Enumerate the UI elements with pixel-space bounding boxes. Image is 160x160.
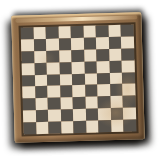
checkerboard-grid	[21, 24, 137, 134]
square-r1c7[interactable]	[96, 25, 109, 37]
square-r3c9[interactable]	[122, 48, 135, 60]
square-r9c2[interactable]	[36, 122, 49, 134]
square-r8c5[interactable]	[73, 109, 86, 121]
square-r5c7[interactable]	[97, 73, 110, 85]
square-r8c3[interactable]	[48, 110, 61, 122]
square-r7c1[interactable]	[23, 99, 36, 111]
square-r5c5[interactable]	[72, 73, 85, 85]
square-r8c6[interactable]	[86, 109, 99, 121]
square-r2c3[interactable]	[46, 38, 59, 50]
square-r3c1[interactable]	[21, 51, 34, 63]
square-r4c7[interactable]	[97, 61, 110, 73]
square-r8c8[interactable]	[111, 108, 124, 120]
square-r6c1[interactable]	[22, 87, 35, 99]
board-photo	[0, 0, 160, 160]
square-r2c7[interactable]	[96, 37, 109, 49]
square-r1c5[interactable]	[71, 26, 84, 38]
square-r1c4[interactable]	[58, 26, 71, 38]
square-r7c2[interactable]	[35, 98, 48, 110]
square-r8c9[interactable]	[123, 108, 136, 120]
square-r9c5[interactable]	[73, 121, 86, 133]
square-r5c4[interactable]	[60, 74, 73, 86]
square-r7c7[interactable]	[98, 96, 111, 108]
square-r9c9[interactable]	[124, 120, 137, 132]
square-r6c4[interactable]	[60, 86, 73, 98]
square-r4c1[interactable]	[22, 63, 35, 75]
square-r5c2[interactable]	[34, 74, 47, 86]
square-r5c9[interactable]	[122, 72, 135, 84]
square-r5c6[interactable]	[85, 73, 98, 85]
square-r9c4[interactable]	[61, 121, 74, 133]
square-r4c2[interactable]	[34, 63, 47, 75]
square-r4c8[interactable]	[109, 60, 122, 72]
square-r6c7[interactable]	[98, 85, 111, 97]
square-r3c3[interactable]	[46, 50, 59, 62]
square-r9c1[interactable]	[23, 122, 36, 134]
square-r4c5[interactable]	[72, 61, 85, 73]
square-r9c6[interactable]	[86, 121, 99, 133]
square-r4c4[interactable]	[59, 62, 72, 74]
square-r8c4[interactable]	[61, 109, 74, 121]
square-r5c1[interactable]	[22, 75, 35, 87]
square-r4c6[interactable]	[84, 61, 97, 73]
square-r6c6[interactable]	[85, 85, 98, 97]
square-r2c4[interactable]	[59, 38, 72, 50]
square-r4c3[interactable]	[47, 62, 60, 74]
wooden-frame	[11, 12, 144, 143]
square-r1c2[interactable]	[33, 27, 46, 39]
square-r3c6[interactable]	[84, 49, 97, 61]
square-r2c2[interactable]	[33, 39, 46, 51]
square-r7c3[interactable]	[48, 98, 61, 110]
square-r3c4[interactable]	[59, 50, 72, 62]
square-r2c8[interactable]	[109, 37, 122, 49]
square-r7c6[interactable]	[85, 97, 98, 109]
square-r4c9[interactable]	[122, 60, 135, 72]
square-r2c5[interactable]	[71, 38, 84, 50]
square-r2c1[interactable]	[21, 39, 34, 51]
board-tilt-wrapper	[11, 12, 144, 143]
square-r3c7[interactable]	[97, 49, 110, 61]
square-r7c5[interactable]	[73, 97, 86, 109]
square-r6c5[interactable]	[72, 85, 85, 97]
frame-gloss-highlight	[15, 15, 137, 22]
square-r3c8[interactable]	[109, 49, 122, 61]
square-r3c2[interactable]	[34, 51, 47, 63]
square-r1c9[interactable]	[121, 24, 134, 36]
square-r6c3[interactable]	[47, 86, 60, 98]
square-r5c8[interactable]	[110, 72, 123, 84]
square-r6c2[interactable]	[35, 86, 48, 98]
square-r9c7[interactable]	[99, 120, 112, 132]
square-r6c9[interactable]	[123, 84, 136, 96]
square-r7c4[interactable]	[60, 97, 73, 109]
square-r5c3[interactable]	[47, 74, 60, 86]
square-r7c9[interactable]	[123, 96, 136, 108]
square-r8c7[interactable]	[98, 108, 111, 120]
square-r1c3[interactable]	[46, 27, 59, 39]
square-r2c9[interactable]	[121, 36, 134, 48]
square-r2c6[interactable]	[84, 37, 97, 49]
square-r3c5[interactable]	[71, 50, 84, 62]
square-r1c1[interactable]	[21, 27, 34, 39]
square-r1c8[interactable]	[108, 25, 121, 37]
square-r9c8[interactable]	[111, 120, 124, 132]
square-r9c3[interactable]	[48, 122, 61, 134]
square-r1c6[interactable]	[83, 25, 96, 37]
square-r7c8[interactable]	[110, 96, 123, 108]
square-r6c8[interactable]	[110, 84, 123, 96]
square-r8c1[interactable]	[23, 110, 36, 122]
square-r8c2[interactable]	[35, 110, 48, 122]
